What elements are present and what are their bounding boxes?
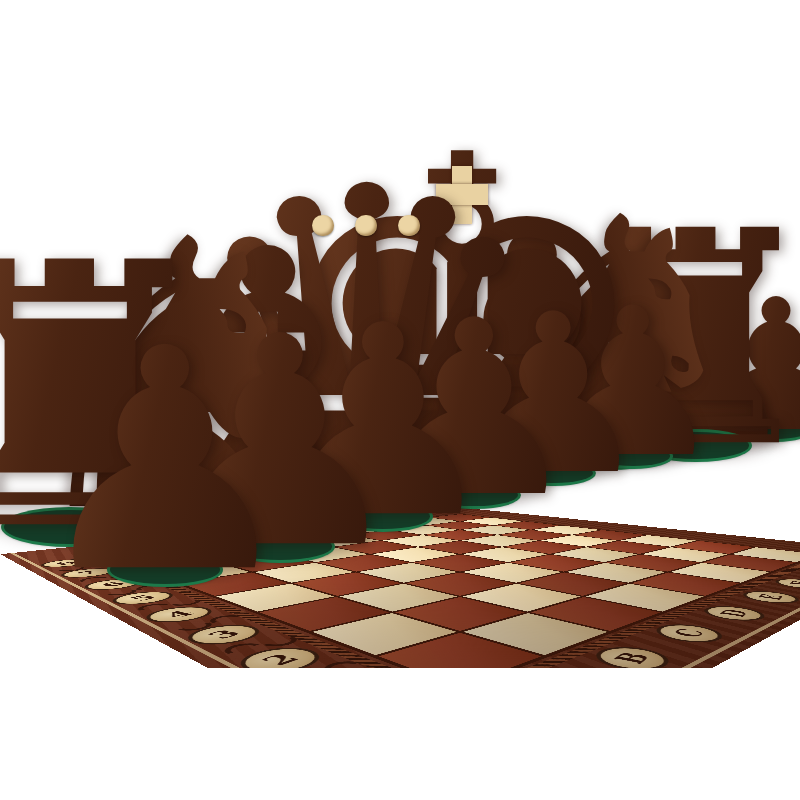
felt-base: [115, 494, 238, 526]
piece-contact-shadow: [532, 442, 702, 475]
file-medallion-f: F: [772, 577, 800, 591]
piece-contact-shadow: [267, 472, 481, 513]
piece-contact-shadow: [584, 449, 691, 470]
king-cross-finial: [436, 184, 488, 205]
felt-base: [217, 483, 319, 510]
board-grid: [97, 514, 800, 668]
felt-base: [430, 484, 517, 507]
piece-contact-shadow: [458, 449, 619, 480]
piece-contact-shadow: [664, 436, 764, 455]
piece-contact-shadow: [625, 435, 778, 465]
file-medallion-d: D: [698, 604, 770, 624]
chess-set-photo: 87654321ABCDEFGH ♜♞♝♛♚♝♞♜♟♟♟♟♟♟♟♟: [0, 0, 800, 800]
scroll-carving: [257, 635, 300, 647]
file-medallion-e: E: [738, 589, 800, 606]
piece-contact-shadow: [186, 485, 363, 519]
felt-base: [675, 434, 744, 452]
felt-base: [556, 439, 664, 467]
piece-contact-shadow: [500, 465, 614, 487]
felt-base: [643, 432, 749, 460]
felt-base: [304, 470, 427, 502]
photo-area: 87654321ABCDEFGH ♜♞♝♛♚♝♞♜♟♟♟♟♟♟♟♟: [0, 0, 800, 668]
chess-board: 87654321ABCDEFGH: [0, 507, 800, 668]
queen-crown-ball: [312, 215, 333, 236]
depth-of-field-fade: [0, 300, 800, 435]
scroll-carving: [207, 615, 245, 625]
felt-base: [4, 510, 135, 544]
felt-base: [596, 446, 670, 465]
felt-base: [513, 463, 592, 484]
king-cross-finial: [452, 166, 473, 225]
queen-crown-ball: [355, 215, 376, 236]
piece-contact-shadow: [358, 457, 584, 501]
piece-contact-shadow: [416, 487, 542, 511]
felt-base: [486, 447, 579, 471]
felt-base: [397, 455, 528, 489]
file-medallion-c: C: [648, 621, 729, 646]
queen-crown-ball: [398, 215, 419, 236]
